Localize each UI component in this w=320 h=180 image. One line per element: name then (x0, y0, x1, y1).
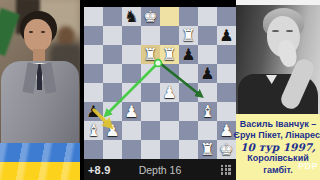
caption-box: Василь Іванчук – Єрун Пікет, Лінарес, 10… (236, 114, 320, 180)
ivanchuk-face (24, 19, 52, 52)
piece-white-rook[interactable]: ♜ (141, 45, 160, 64)
piece-white-pawn[interactable]: ♟ (160, 83, 179, 102)
piece-black-pawn[interactable]: ♟ (198, 64, 217, 83)
square-c3[interactable]: ♟ (122, 102, 141, 121)
piket-photo (236, 0, 320, 114)
square-g4[interactable] (198, 83, 217, 102)
square-d5[interactable] (141, 64, 160, 83)
square-a4[interactable] (84, 83, 103, 102)
piece-white-king[interactable]: ♚ (217, 140, 236, 159)
square-a7[interactable] (84, 26, 103, 45)
square-e3[interactable] (160, 102, 179, 121)
square-b2[interactable]: ♟ (103, 121, 122, 140)
square-a1[interactable] (84, 140, 103, 159)
square-b6[interactable] (103, 45, 122, 64)
square-a6[interactable] (84, 45, 103, 64)
square-a5[interactable] (84, 64, 103, 83)
square-e7[interactable] (160, 26, 179, 45)
square-e1[interactable] (160, 140, 179, 159)
square-g7[interactable] (198, 26, 217, 45)
square-a3[interactable]: ♟ (84, 102, 103, 121)
square-h3[interactable] (217, 102, 236, 121)
piece-white-rook[interactable]: ♜ (198, 140, 217, 159)
square-g2[interactable] (198, 121, 217, 140)
square-c6[interactable] (122, 45, 141, 64)
square-a2[interactable]: ♝ (84, 121, 103, 140)
square-f7[interactable]: ♜ (179, 26, 198, 45)
chess-board: ♞♚♜♟♜♜♟♟♟♟♟♝♝♟♟♜♚ (84, 7, 236, 159)
square-d3[interactable] (141, 102, 160, 121)
square-c7[interactable] (122, 26, 141, 45)
square-e4[interactable]: ♟ (160, 83, 179, 102)
ivanchuk-eye (29, 31, 33, 33)
piece-white-king[interactable]: ♚ (141, 7, 160, 26)
square-c1[interactable] (122, 140, 141, 159)
square-f3[interactable] (179, 102, 198, 121)
square-h4[interactable] (217, 83, 236, 102)
square-e2[interactable] (160, 121, 179, 140)
square-f8[interactable] (179, 7, 198, 26)
square-d8[interactable]: ♚ (141, 7, 160, 26)
caption-line-players-1: Василь Іванчук – (240, 119, 316, 131)
square-f2[interactable] (179, 121, 198, 140)
square-h1[interactable]: ♚ (217, 140, 236, 159)
engine-analysis-bar: +8.9 Depth 16 (84, 159, 236, 180)
piket-eyebrow (286, 30, 293, 32)
caption-line-opening-2: гамбіт. (263, 165, 292, 177)
square-b4[interactable] (103, 83, 122, 102)
square-h8[interactable] (217, 7, 236, 26)
square-h7[interactable]: ♟ (217, 26, 236, 45)
square-e5[interactable] (160, 64, 179, 83)
square-g1[interactable]: ♜ (198, 140, 217, 159)
piece-white-pawn[interactable]: ♟ (103, 121, 122, 140)
square-g3[interactable]: ♝ (198, 102, 217, 121)
square-d6[interactable]: ♜ (141, 45, 160, 64)
flag-folds (0, 143, 80, 180)
square-f6[interactable]: ♟ (179, 45, 198, 64)
square-c5[interactable] (122, 64, 141, 83)
square-g8[interactable] (198, 7, 217, 26)
piece-white-bishop[interactable]: ♝ (198, 102, 217, 121)
square-c8[interactable]: ♞ (122, 7, 141, 26)
square-d1[interactable] (141, 140, 160, 159)
square-b7[interactable] (103, 26, 122, 45)
photo-white-frame (236, 0, 320, 5)
ukraine-flag (0, 143, 80, 180)
piece-black-knight[interactable]: ♞ (122, 7, 141, 26)
ivanchuk-photo (0, 0, 80, 143)
square-h5[interactable] (217, 64, 236, 83)
square-c4[interactable] (122, 83, 141, 102)
piece-white-rook[interactable]: ♜ (160, 45, 179, 64)
ivanchuk-eye (41, 31, 45, 33)
square-e8[interactable] (160, 7, 179, 26)
grid-menu-icon[interactable] (221, 164, 231, 174)
piece-black-pawn[interactable]: ♟ (84, 102, 103, 121)
video-thumbnail: ♞♚♜♟♜♜♟♟♟♟♟♝♝♟♟♜♚ +8.9 Depth 16 Василь І… (0, 0, 320, 180)
piece-white-rook[interactable]: ♜ (179, 26, 198, 45)
square-f5[interactable] (179, 64, 198, 83)
watermark: PDP (298, 161, 318, 171)
engine-depth-label: Depth 16 (139, 164, 182, 176)
square-d2[interactable] (141, 121, 160, 140)
square-g5[interactable]: ♟ (198, 64, 217, 83)
piece-white-pawn[interactable]: ♟ (122, 102, 141, 121)
caption-line-players-2: Єрун Пікет, Лінарес, (234, 130, 320, 142)
square-b1[interactable] (103, 140, 122, 159)
square-f1[interactable] (179, 140, 198, 159)
piece-white-bishop[interactable]: ♝ (84, 121, 103, 140)
piece-black-pawn[interactable]: ♟ (217, 26, 236, 45)
caption-line-round-year: 10 тур 1997, (240, 142, 315, 154)
square-f4[interactable] (179, 83, 198, 102)
square-b5[interactable] (103, 64, 122, 83)
square-g6[interactable] (198, 45, 217, 64)
square-e6[interactable]: ♜ (160, 45, 179, 64)
square-a8[interactable] (84, 7, 103, 26)
square-h6[interactable] (217, 45, 236, 64)
piket-eyebrow (272, 30, 279, 32)
piece-black-pawn[interactable]: ♟ (179, 45, 198, 64)
evaluation-score: +8.9 (88, 164, 111, 176)
square-d7[interactable] (141, 26, 160, 45)
square-d4[interactable] (141, 83, 160, 102)
square-b8[interactable] (103, 7, 122, 26)
square-b3[interactable] (103, 102, 122, 121)
square-c2[interactable] (122, 121, 141, 140)
